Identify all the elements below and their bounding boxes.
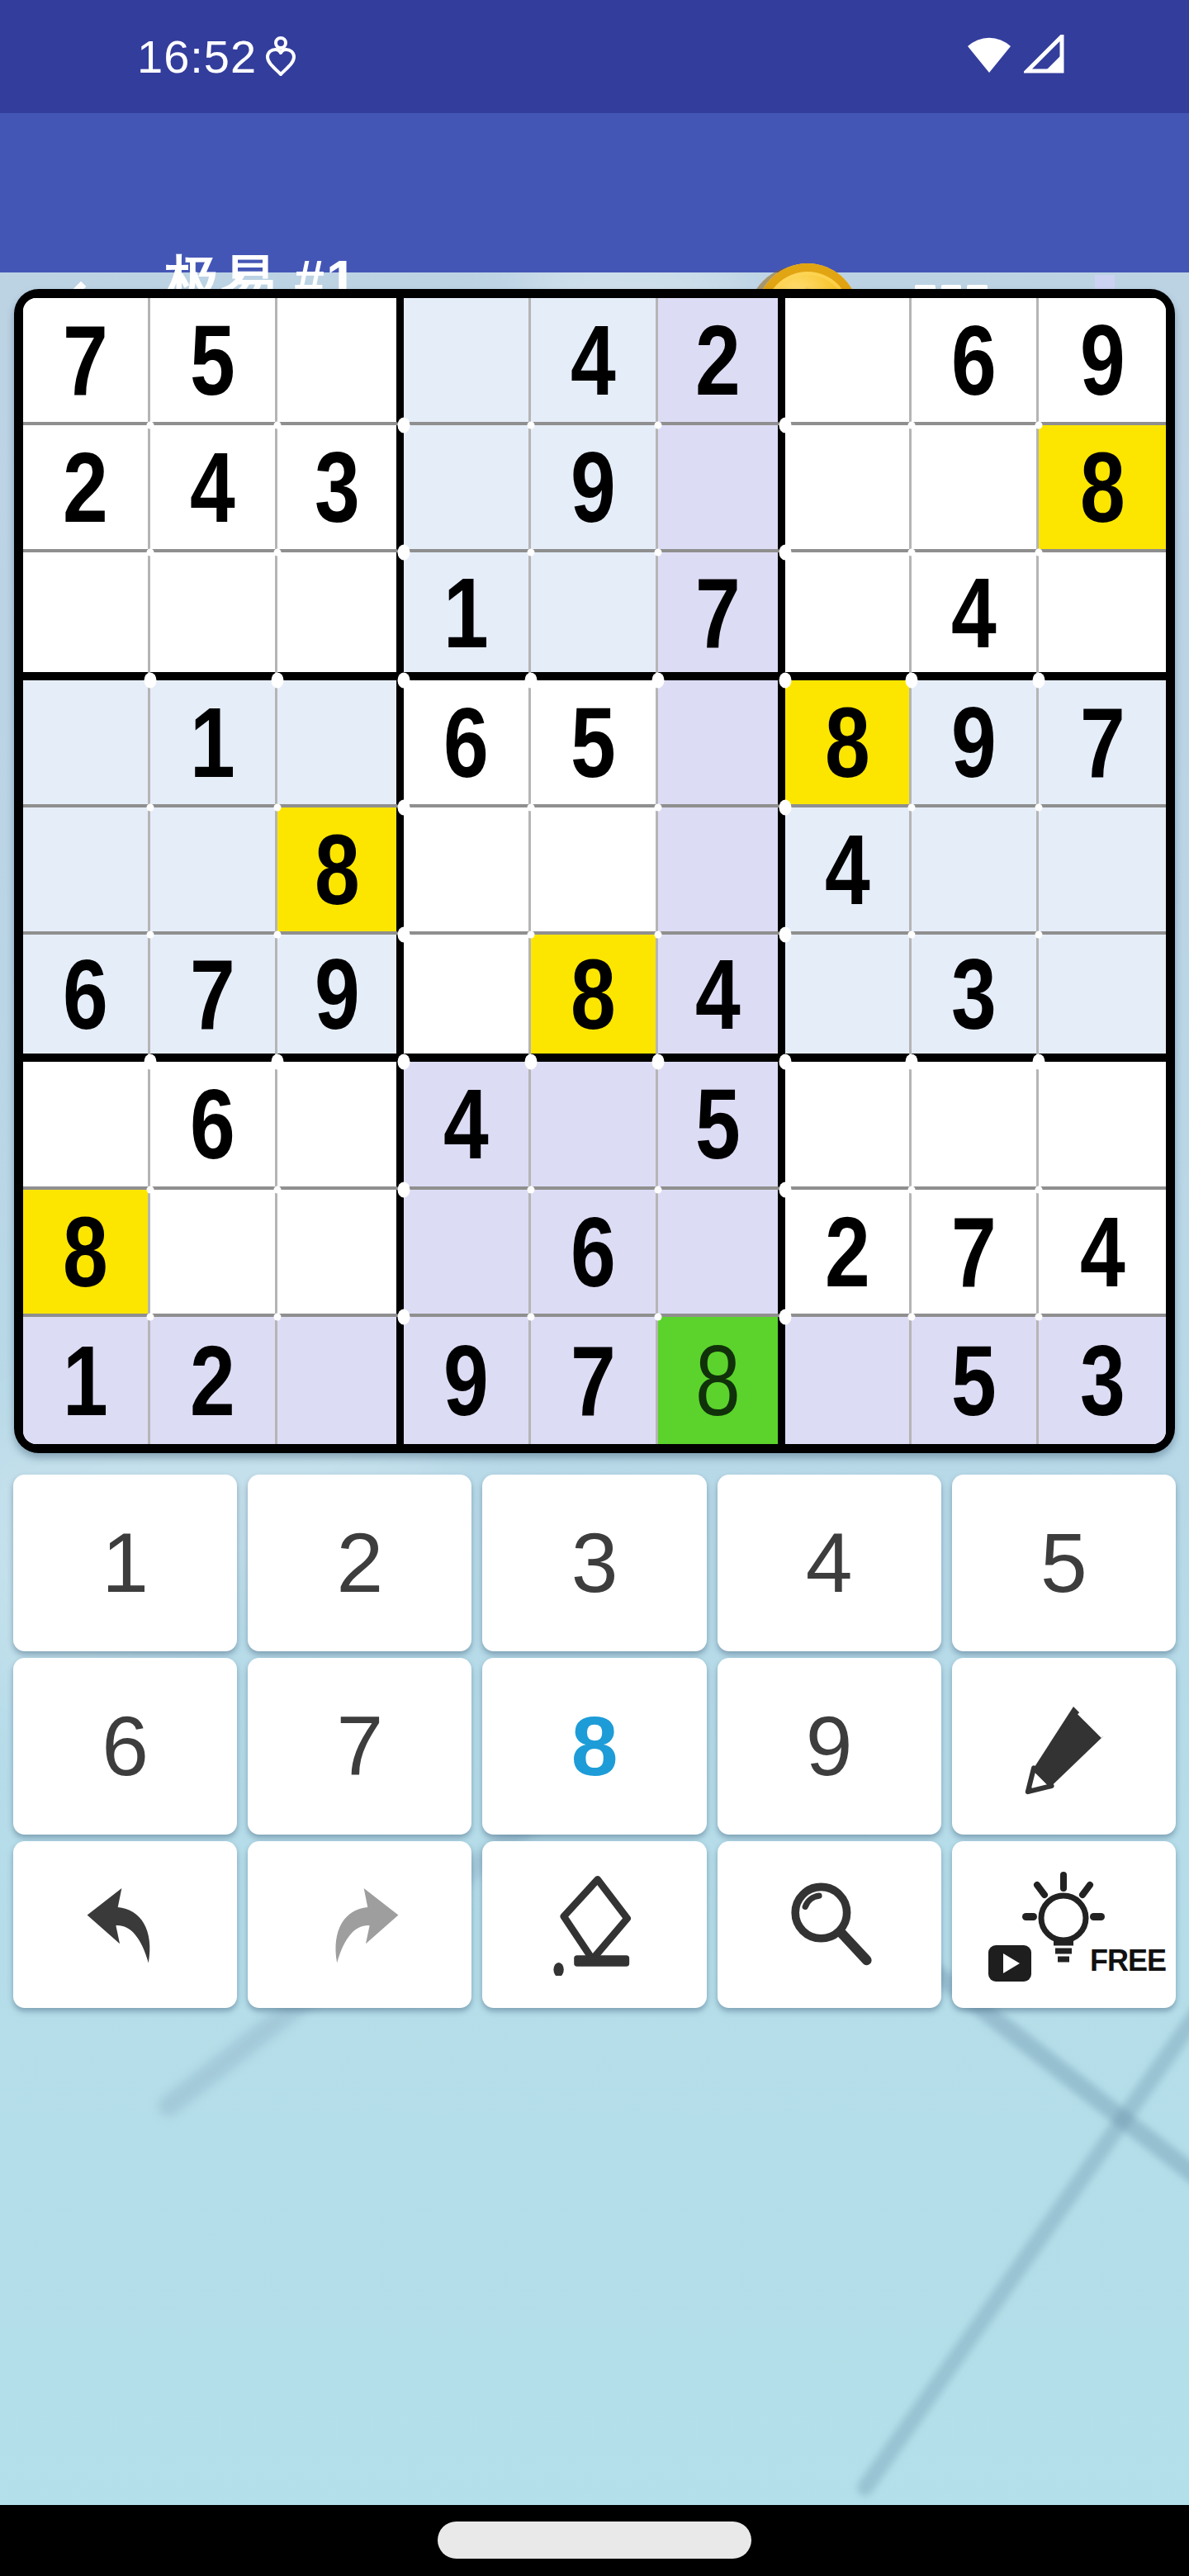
cell-value: 6 [951,310,997,410]
cell-value: 5 [190,310,235,410]
magnifier-icon [779,1875,879,1974]
wifi-icon [966,35,1012,78]
cell-r2c6[interactable] [658,425,785,552]
number-button-5[interactable]: 5 [952,1475,1176,1651]
sudoku-app-screen: 16:52 [0,0,1189,2576]
cell-r9c3[interactable] [277,1317,405,1444]
cell-r4c9[interactable]: 7 [1039,680,1166,807]
cell-r6c8[interactable]: 3 [912,935,1039,1062]
cell-value: 2 [695,310,741,410]
cell-r3c3[interactable] [277,552,405,680]
cell-value: 7 [63,310,108,410]
cell-value: 9 [1080,310,1125,410]
cell-r3c7[interactable] [785,552,912,680]
cell-r5c5[interactable] [531,807,658,935]
cell-r7c4[interactable]: 4 [404,1062,531,1189]
cell-r8c7[interactable]: 2 [785,1190,912,1317]
cell-r8c6[interactable] [658,1190,785,1317]
cell-r9c5[interactable]: 7 [531,1317,658,1444]
number-button-1[interactable]: 1 [13,1475,237,1651]
cell-value: 8 [825,693,870,792]
number-button-8-selected[interactable]: 8 [482,1658,706,1835]
cell-value: 4 [1080,1202,1125,1301]
cell-r7c2[interactable]: 6 [150,1062,277,1189]
cell-value: 4 [695,945,741,1044]
cell-r1c4[interactable] [404,298,531,425]
cell-value: 4 [190,438,235,537]
cell-value: 8 [695,1331,741,1430]
cell-value: 8 [315,820,360,919]
number-button-7[interactable]: 7 [248,1658,471,1835]
cell-r1c1[interactable]: 7 [23,298,150,425]
status-bar: 16:52 [0,0,1189,113]
cell-r2c9[interactable]: 8 [1039,425,1166,552]
cell-r9c8[interactable]: 5 [912,1317,1039,1444]
cell-r4c7[interactable]: 8 [785,680,912,807]
pencil-icon [1014,1697,1113,1796]
cell-r8c9[interactable]: 4 [1039,1190,1166,1317]
cell-r8c2[interactable] [150,1190,277,1317]
clock: 16:52 [137,30,257,83]
cell-r3c2[interactable] [150,552,277,680]
video-ad-play-badge [988,1945,1031,1982]
app-bar: 极易 #1 00:12 50 ★ [0,113,1189,272]
number-button-4[interactable]: 4 [718,1475,941,1651]
number-pad-row-2: 6 7 8 9 [13,1658,1176,1835]
hint-free-label: FREE [1090,1944,1166,1978]
cell-value: 7 [571,1331,616,1430]
cell-value: 8 [571,945,616,1044]
cell-r5c2[interactable] [150,807,277,935]
signal-icon [1024,35,1067,78]
cell-r5c9[interactable] [1039,807,1166,935]
cell-value: 6 [571,1202,616,1301]
cell-r1c6[interactable]: 2 [658,298,785,425]
pencil-notes-button[interactable] [952,1658,1176,1835]
cell-value: 5 [951,1331,997,1430]
system-nav-bar [0,2505,1189,2576]
cell-value: 1 [190,693,235,792]
hint-button[interactable]: FREE [952,1841,1176,2008]
search-button[interactable] [718,1841,941,2008]
cell-r2c1[interactable]: 2 [23,425,150,552]
cell-r2c4[interactable] [404,425,531,552]
cell-r6c2[interactable]: 7 [150,935,277,1062]
cell-value: 8 [1080,438,1125,537]
cell-r3c8[interactable]: 4 [912,552,1039,680]
cell-r8c3[interactable] [277,1190,405,1317]
number-button-2[interactable]: 2 [248,1475,471,1651]
cell-value: 1 [63,1331,108,1430]
eraser-button[interactable] [482,1841,706,2008]
cell-r3c6[interactable]: 7 [658,552,785,680]
cell-r2c7[interactable] [785,425,912,552]
cell-r1c5[interactable]: 4 [531,298,658,425]
cell-r4c4[interactable]: 6 [404,680,531,807]
cell-r5c3[interactable]: 8 [277,807,405,935]
cell-r2c5[interactable]: 9 [531,425,658,552]
cell-r1c7[interactable] [785,298,912,425]
redo-icon [312,1877,408,1972]
digital-wellbeing-icon [263,36,299,83]
cell-r2c3[interactable]: 3 [277,425,405,552]
cell-value: 9 [571,438,616,537]
cell-r3c9[interactable] [1039,552,1166,680]
cell-value: 7 [190,945,235,1044]
sudoku-board: 7542692439817416589784679843645862741297… [14,289,1175,1453]
cell-r1c2[interactable]: 5 [150,298,277,425]
cell-r4c5[interactable]: 5 [531,680,658,807]
cell-r9c7[interactable] [785,1317,912,1444]
cell-r6c3[interactable]: 9 [277,935,405,1062]
cell-value: 9 [951,693,997,792]
cell-value: 1 [443,563,489,662]
cell-r7c8[interactable] [912,1062,1039,1189]
cell-value: 7 [951,1202,997,1301]
cell-r7c1[interactable] [23,1062,150,1189]
cell-r7c9[interactable] [1039,1062,1166,1189]
cell-r8c4[interactable] [404,1190,531,1317]
undo-icon [78,1877,173,1972]
cell-value: 3 [951,945,997,1044]
cell-r5c1[interactable] [23,807,150,935]
cell-value: 7 [1080,693,1125,792]
cell-r5c6[interactable] [658,807,785,935]
cell-value: 2 [825,1202,870,1301]
cell-value: 3 [315,438,360,537]
cell-r5c8[interactable] [912,807,1039,935]
cell-value: 5 [571,693,616,792]
cell-value: 6 [190,1074,235,1173]
cell-r6c4[interactable] [404,935,531,1062]
home-gesture-pill[interactable] [438,2522,751,2559]
cell-r3c4[interactable]: 1 [404,552,531,680]
cell-r3c5[interactable] [531,552,658,680]
cell-r1c3[interactable] [277,298,405,425]
cell-r7c7[interactable] [785,1062,912,1189]
number-button-3[interactable]: 3 [482,1475,706,1651]
cell-r7c6[interactable]: 5 [658,1062,785,1189]
undo-button[interactable] [13,1841,237,2008]
cell-value: 4 [571,310,616,410]
cell-r4c8[interactable]: 9 [912,680,1039,807]
cell-value: 6 [63,945,108,1044]
cell-r5c4[interactable] [404,807,531,935]
cell-r6c9[interactable] [1039,935,1166,1062]
cell-value: 8 [63,1202,108,1301]
number-button-6[interactable]: 6 [13,1658,237,1835]
cell-value: 7 [695,563,741,662]
cell-r7c3[interactable] [277,1062,405,1189]
cell-r4c3[interactable] [277,680,405,807]
cell-value: 9 [315,945,360,1044]
cell-r9c1[interactable]: 1 [23,1317,150,1444]
cell-value: 9 [443,1331,489,1430]
sudoku-grid: 7542692439817416589784679843645862741297… [23,298,1166,1444]
cell-r5c7[interactable]: 4 [785,807,912,935]
cell-r6c1[interactable]: 6 [23,935,150,1062]
cell-r4c1[interactable] [23,680,150,807]
cell-value: 6 [443,693,489,792]
cell-r1c9[interactable]: 9 [1039,298,1166,425]
cell-r4c6[interactable] [658,680,785,807]
cell-value: 2 [63,438,108,537]
cell-r7c5[interactable] [531,1062,658,1189]
cell-value: 4 [825,820,870,919]
cell-r6c6[interactable]: 4 [658,935,785,1062]
background-streak [854,1976,1189,2499]
cell-r6c7[interactable] [785,935,912,1062]
number-button-9[interactable]: 9 [718,1658,941,1835]
cell-value: 4 [951,563,997,662]
cell-value: 2 [190,1331,235,1430]
cell-r8c8[interactable]: 7 [912,1190,1039,1317]
cell-r1c8[interactable]: 6 [912,298,1039,425]
cell-r9c2[interactable]: 2 [150,1317,277,1444]
cell-r9c6[interactable]: 8 [658,1317,785,1444]
action-bar: FREE [13,1841,1176,2008]
cell-r8c5[interactable]: 6 [531,1190,658,1317]
redo-button[interactable] [248,1841,471,2008]
cell-r3c1[interactable] [23,552,150,680]
cell-r8c1[interactable]: 8 [23,1190,150,1317]
cell-value: 3 [1080,1331,1125,1430]
number-pad-row-1: 1 2 3 4 5 [13,1475,1176,1651]
cell-r9c4[interactable]: 9 [404,1317,531,1444]
eraser-icon [543,1873,646,1976]
cell-r9c9[interactable]: 3 [1039,1317,1166,1444]
cell-r2c8[interactable] [912,425,1039,552]
cell-r2c2[interactable]: 4 [150,425,277,552]
cell-r6c5[interactable]: 8 [531,935,658,1062]
cell-value: 5 [695,1074,741,1173]
cell-r4c2[interactable]: 1 [150,680,277,807]
cell-value: 4 [443,1074,489,1173]
